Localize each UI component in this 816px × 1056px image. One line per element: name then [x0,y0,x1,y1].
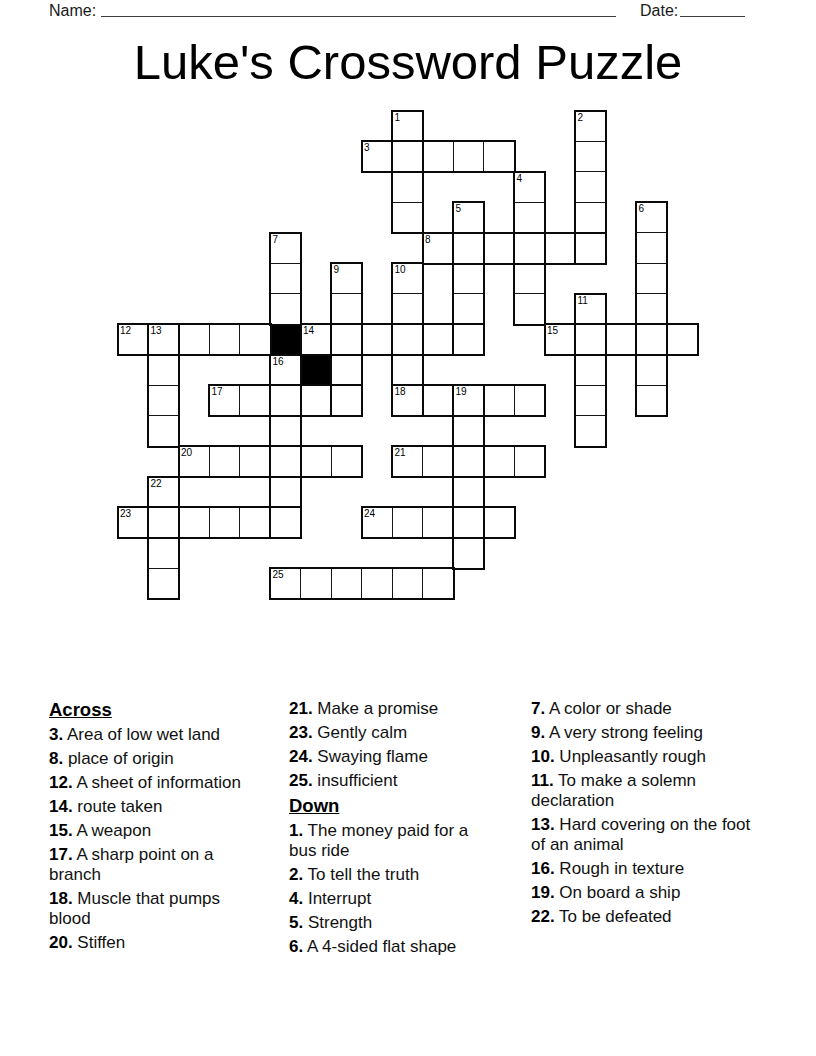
clue-down-5: 5. Strength [289,913,479,933]
grid-cell-r9c10[interactable] [422,385,454,417]
clue-down-11: 11. To make a solemn declaration [531,771,763,811]
clue-number: 14. [49,797,73,816]
clue-down-13: 13. Hard covering on the foot of an anim… [531,815,763,855]
clue-down-7: 7. A color or shade [531,699,763,719]
grid-cell-r8c7[interactable] [331,354,363,386]
grid-cell-r1c12[interactable] [483,141,515,173]
cell-number-22: 22 [151,479,162,489]
grid-cell-r9c15[interactable] [575,385,607,417]
clue-across-15: 15. A weapon [49,821,255,841]
clue-number: 19. [531,883,555,902]
grid-cell-r5c5[interactable] [270,263,302,295]
clue-across-12: 12. A sheet of information [49,773,255,793]
grid-cell-r14c1[interactable] [148,537,180,569]
clue-number: 13. [531,815,555,834]
clue-text: Strength [303,913,372,932]
clue-text: On board a ship [555,883,681,902]
clue-down-4: 4. Interrupt [289,889,479,909]
cell-number-25: 25 [273,570,284,580]
cell-number-16: 16 [273,357,284,367]
black-cell-r8c6 [300,354,332,386]
clue-down-19: 19. On board a ship [531,883,763,903]
grid-cell-r10c15[interactable] [575,415,607,447]
clue-number: 9. [531,723,545,742]
clue-text: A sharp point on a branch [49,845,213,884]
clue-column-3: 7. A color or shade9. A very strong feel… [531,699,763,931]
grid-cell-r7c15[interactable] [575,324,607,356]
grid-cell-r9c6[interactable] [300,385,332,417]
clue-text: place of origin [63,749,174,768]
clue-down-16: 16. Rough in texture [531,859,763,879]
grid-cell-r8c9[interactable] [392,354,424,386]
grid-cell-r7c9[interactable] [392,324,424,356]
clue-across-23: 23. Gently calm [289,723,479,743]
grid-cell-r9c4[interactable] [239,385,271,417]
clue-text: Make a promise [313,699,439,718]
grid-cell-r9c17[interactable] [636,385,668,417]
clue-number: 16. [531,859,555,878]
clue-text: Muscle that pumps blood [49,889,220,928]
grid-cell-r7c7[interactable] [331,324,363,356]
grid-cell-r13c12[interactable] [483,507,515,539]
grid-cell-r6c11[interactable] [453,293,485,325]
grid-cell-r10c11[interactable] [453,415,485,447]
grid-cell-r15c9[interactable] [392,568,424,600]
grid-cell-r13c2[interactable] [178,507,210,539]
clue-across-3: 3. Area of low wet land [49,725,255,745]
cell-number-21: 21 [395,448,406,458]
grid-cell-r15c6[interactable] [300,568,332,600]
grid-cell-r5c11[interactable] [453,263,485,295]
grid-cell-r12c5[interactable] [270,476,302,508]
grid-cell-r15c1[interactable] [148,568,180,600]
grid-cell-r13c10[interactable] [422,507,454,539]
cell-number-20: 20 [181,448,192,458]
grid-cell-r7c18[interactable] [666,324,698,356]
clue-text: A weapon [73,821,151,840]
clue-text: A 4-sided flat shape [303,937,456,956]
clue-text: Unpleasantly rough [555,747,706,766]
grid-cell-r10c5[interactable] [270,415,302,447]
cell-number-11: 11 [578,296,588,306]
grid-cell-r2c15[interactable] [575,171,607,203]
grid-cell-r9c12[interactable] [483,385,515,417]
clue-across-24: 24. Swaying flame [289,747,479,767]
grid-cell-r1c15[interactable] [575,141,607,173]
name-label: Name: [49,2,96,20]
clue-number: 3. [49,725,63,744]
date-input-line[interactable] [680,3,745,17]
clue-number: 10. [531,747,555,766]
clue-text: route taken [73,797,163,816]
grid-cell-r6c7[interactable] [331,293,363,325]
clue-down-2: 2. To tell the truth [289,865,479,885]
grid-cell-r7c17[interactable] [636,324,668,356]
grid-cell-r4c12[interactable] [483,232,515,264]
grid-cell-r7c4[interactable] [239,324,271,356]
clue-text: insufficient [313,771,398,790]
clue-number: 24. [289,747,313,766]
grid-cell-r3c9[interactable] [392,202,424,234]
clue-text: The money paid for a bus ride [289,821,468,860]
grid-cell-r7c3[interactable] [209,324,241,356]
grid-cell-r4c15[interactable] [575,232,607,264]
grid-cell-r3c13[interactable] [514,202,546,234]
black-cell-r7c5 [270,324,302,356]
cell-number-1: 1 [395,113,401,123]
cell-number-4: 4 [517,174,523,184]
grid-cell-r11c5[interactable] [270,446,302,478]
clue-across-21: 21. Make a promise [289,699,479,719]
grid-cell-r7c8[interactable] [361,324,393,356]
worksheet-page: Name: Date: Luke's Crossword Puzzle 1234… [0,0,816,1056]
cell-number-10: 10 [395,265,406,275]
grid-cell-r9c7[interactable] [331,385,363,417]
clue-number: 20. [49,933,73,952]
grid-cell-r4c17[interactable] [636,232,668,264]
grid-cell-r10c1[interactable] [148,415,180,447]
grid-cell-r6c17[interactable] [636,293,668,325]
grid-cell-r13c11[interactable] [453,507,485,539]
clue-number: 2. [289,865,303,884]
clue-across-17: 17. A sharp point on a branch [49,845,255,885]
clue-text: Rough in texture [555,859,684,878]
clue-down-9: 9. A very strong feeling [531,723,763,743]
grid-cell-r15c7[interactable] [331,568,363,600]
grid-cell-r11c7[interactable] [331,446,363,478]
clue-text: Swaying flame [313,747,428,766]
grid-cell-r8c1[interactable] [148,354,180,386]
cell-number-12: 12 [120,326,131,336]
clue-text: To be defeated [555,907,672,926]
grid-cell-r8c17[interactable] [636,354,668,386]
clue-number: 15. [49,821,73,840]
grid-cell-r11c13[interactable] [514,446,546,478]
grid-cell-r8c15[interactable] [575,354,607,386]
grid-cell-r1c10[interactable] [422,141,454,173]
date-label: Date: [640,2,678,20]
grid-cell-r14c11[interactable] [453,537,485,569]
cell-number-5: 5 [456,204,462,214]
cell-number-23: 23 [120,509,131,519]
grid-cell-r7c10[interactable] [422,324,454,356]
clue-across-18: 18. Muscle that pumps blood [49,889,255,929]
grid-cell-r2c9[interactable] [392,171,424,203]
grid-cell-r13c4[interactable] [239,507,271,539]
crossword-grid: 1234567891011121314151617181920212223242… [117,110,698,599]
grid-cell-r15c10[interactable] [422,568,454,600]
grid-cell-r7c11[interactable] [453,324,485,356]
grid-cell-r4c11[interactable] [453,232,485,264]
grid-cell-r11c10[interactable] [422,446,454,478]
clue-text: Gently calm [313,723,407,742]
grid-cell-r15c8[interactable] [361,568,393,600]
clue-text: A very strong feeling [545,723,703,742]
grid-cell-r9c13[interactable] [514,385,546,417]
grid-cell-r7c2[interactable] [178,324,210,356]
cell-number-13: 13 [151,326,162,336]
clue-number: 22. [531,907,555,926]
cell-number-3: 3 [364,143,370,153]
grid-cell-r6c9[interactable] [392,293,424,325]
clue-number: 5. [289,913,303,932]
clue-number: 11. [531,771,554,790]
cell-number-6: 6 [639,204,645,214]
clue-column-2: 21. Make a promise23. Gently calm24. Swa… [289,699,479,961]
clue-across-14: 14. route taken [49,797,255,817]
grid-cell-r6c5[interactable] [270,293,302,325]
clue-number: 4. [289,889,303,908]
clue-down-22: 22. To be defeated [531,907,763,927]
clues-down-heading: Down [289,795,479,816]
clue-number: 12. [49,773,73,792]
clue-down-10: 10. Unpleasantly rough [531,747,763,767]
clue-number: 7. [531,699,545,718]
cell-number-17: 17 [212,387,223,397]
grid-cell-r9c1[interactable] [148,385,180,417]
clue-text: A sheet of information [73,773,241,792]
clue-number: 1. [289,821,303,840]
clue-text: To make a solemn declaration [531,771,696,810]
clue-down-6: 6. A 4-sided flat shape [289,937,479,957]
clue-number: 6. [289,937,303,956]
grid-cell-r1c11[interactable] [453,141,485,173]
cell-number-19: 19 [456,387,467,397]
clue-number: 21. [289,699,313,718]
grid-cell-r1c9[interactable] [392,141,424,173]
grid-cell-r4c13[interactable] [514,232,546,264]
grid-cell-r7c16[interactable] [605,324,637,356]
clue-column-1: Across3. Area of low wet land8. place of… [49,699,255,957]
grid-cell-r11c6[interactable] [300,446,332,478]
grid-cell-r11c12[interactable] [483,446,515,478]
grid-cell-r11c4[interactable] [239,446,271,478]
grid-cell-r6c13[interactable] [514,293,546,325]
clue-number: 23. [289,723,313,742]
grid-cell-r5c13[interactable] [514,263,546,295]
grid-cell-r5c17[interactable] [636,263,668,295]
cell-number-15: 15 [547,326,558,336]
grid-cell-r9c5[interactable] [270,385,302,417]
cell-number-24: 24 [364,509,375,519]
grid-cell-r13c9[interactable] [392,507,424,539]
grid-cell-r12c11[interactable] [453,476,485,508]
cell-number-14: 14 [303,326,314,336]
clue-text: A color or shade [545,699,672,718]
grid-cell-r13c1[interactable] [148,507,180,539]
grid-cell-r11c11[interactable] [453,446,485,478]
clue-text: Stiffen [73,933,126,952]
clue-number: 17. [49,845,73,864]
grid-cell-r3c15[interactable] [575,202,607,234]
clue-text: To tell the truth [303,865,419,884]
cell-number-2: 2 [578,113,584,123]
clue-number: 8. [49,749,63,768]
clue-across-25: 25. insufficient [289,771,479,791]
clue-text: Hard covering on the foot of an animal [531,815,750,854]
cell-number-8: 8 [425,235,431,245]
name-input-line[interactable] [101,3,616,17]
clue-number: 25. [289,771,313,790]
cell-number-7: 7 [273,235,279,245]
clue-text: Area of low wet land [63,725,220,744]
grid-cell-r11c3[interactable] [209,446,241,478]
clue-text: Interrupt [303,889,371,908]
clue-number: 18. [49,889,73,908]
grid-cell-r13c3[interactable] [209,507,241,539]
clue-down-1: 1. The money paid for a bus ride [289,821,479,861]
grid-cell-r4c14[interactable] [544,232,576,264]
cell-number-18: 18 [395,387,406,397]
clues-across-heading: Across [49,699,255,720]
clue-across-8: 8. place of origin [49,749,255,769]
cell-number-9: 9 [334,265,340,275]
grid-cell-r13c5[interactable] [270,507,302,539]
page-title: Luke's Crossword Puzzle [0,33,816,91]
clue-across-20: 20. Stiffen [49,933,255,953]
